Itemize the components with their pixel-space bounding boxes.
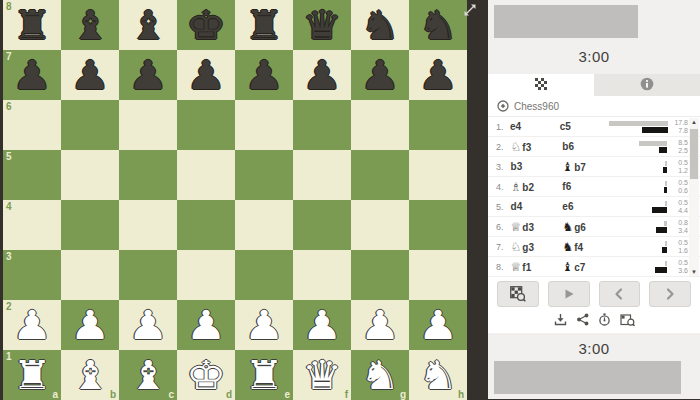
square-d5[interactable] xyxy=(177,150,235,200)
analysis-board-button[interactable] xyxy=(497,281,539,307)
black-rook-e8[interactable]: ♜ xyxy=(232,0,297,50)
white-king-d1[interactable]: ♚ xyxy=(174,350,239,400)
stopwatch-icon xyxy=(598,313,611,326)
square-d4[interactable] xyxy=(177,200,235,250)
square-e8[interactable]: ♜ xyxy=(235,0,293,50)
move-row-8: 8.♕f1♝c70.53.6 xyxy=(488,257,700,277)
move-row-3: 3.b3♝b70.51.2 xyxy=(488,157,700,177)
move-row-7: 7.♘g3♞f40.51.6 xyxy=(488,237,700,257)
black-piece-figurine: ♝ xyxy=(562,160,573,174)
white-pawn-b2[interactable]: ♟ xyxy=(58,300,123,350)
move-times: 0.83.4 xyxy=(669,219,688,235)
move-times: 8.52.5 xyxy=(669,139,688,155)
square-f5[interactable] xyxy=(293,150,351,200)
black-rook-a8[interactable]: ♜ xyxy=(0,0,64,50)
move-time-bars xyxy=(614,201,667,213)
player-section: 3:00 xyxy=(488,333,700,399)
square-c2[interactable]: ♟ xyxy=(119,300,177,350)
expand-icon[interactable] xyxy=(463,3,477,17)
white-piece-figurine: ♘ xyxy=(511,240,522,254)
variant-label: Chess960 xyxy=(514,101,559,112)
white-move[interactable]: e4 xyxy=(510,121,560,132)
white-time-bar xyxy=(664,221,667,226)
move-number: 5. xyxy=(496,202,511,212)
board-search-small-icon xyxy=(620,313,635,326)
black-piece-figurine: ♞ xyxy=(562,240,573,254)
move-number: 8. xyxy=(496,262,511,272)
square-d6[interactable] xyxy=(177,100,235,150)
black-time-bar xyxy=(659,147,667,153)
square-c4[interactable] xyxy=(119,200,177,250)
tab-bar xyxy=(488,74,700,96)
white-move[interactable]: ♕d3 xyxy=(511,220,563,234)
square-c7[interactable]: ♟ xyxy=(119,50,177,100)
white-piece-figurine: ♕ xyxy=(511,220,522,234)
square-g4[interactable] xyxy=(351,200,409,250)
white-pawn-g2[interactable]: ♟ xyxy=(348,300,413,350)
share-button[interactable] xyxy=(576,313,589,326)
move-row-1: 1.e4c517.87.8 xyxy=(488,117,700,137)
move-number: 3. xyxy=(496,162,511,172)
square-a5[interactable]: 5 xyxy=(3,150,61,200)
move-time-bars xyxy=(614,181,667,193)
black-pawn-h7[interactable]: ♟ xyxy=(406,50,471,100)
square-g5[interactable] xyxy=(351,150,409,200)
white-move[interactable]: b3 xyxy=(511,161,563,172)
white-time-bar xyxy=(639,141,667,146)
tab-info[interactable] xyxy=(594,74,700,96)
opponent-name-placeholder xyxy=(494,5,638,38)
square-b1[interactable]: b♝ xyxy=(61,350,119,400)
square-b3[interactable] xyxy=(61,250,119,300)
square-d3[interactable] xyxy=(177,250,235,300)
black-time-bar xyxy=(662,247,667,253)
square-f4[interactable] xyxy=(293,200,351,250)
black-move[interactable]: ♝c7 xyxy=(562,260,614,274)
move-time-bars xyxy=(614,261,667,273)
tab-moves[interactable] xyxy=(488,74,594,96)
square-g6[interactable] xyxy=(351,100,409,150)
white-rook-a1[interactable]: ♜ xyxy=(0,350,64,400)
share-icon xyxy=(576,313,589,326)
white-time-bar xyxy=(665,161,667,166)
move-row-6: 6.♕d3♞g60.83.4 xyxy=(488,217,700,237)
square-d7[interactable]: ♟ xyxy=(177,50,235,100)
black-time-bar xyxy=(656,227,667,233)
square-d1[interactable]: d♚ xyxy=(177,350,235,400)
black-time-bar xyxy=(652,207,667,213)
move-row-5: 5.d4e60.54.4 xyxy=(488,197,700,217)
scroll-down-icon[interactable]: ▼ xyxy=(689,269,699,275)
black-move[interactable]: c5 xyxy=(560,121,610,132)
square-b7[interactable]: ♟ xyxy=(61,50,119,100)
black-move[interactable]: f6 xyxy=(562,181,614,192)
black-pawn-c7[interactable]: ♟ xyxy=(116,50,181,100)
black-pawn-b7[interactable]: ♟ xyxy=(58,50,123,100)
white-time-bar xyxy=(665,241,667,246)
black-bishop-b8[interactable]: ♝ xyxy=(58,0,123,50)
square-a6[interactable]: 6 xyxy=(3,100,61,150)
square-a8[interactable]: 8♜ xyxy=(3,0,61,50)
square-a4[interactable]: 4 xyxy=(3,200,61,250)
white-move[interactable]: ♘g3 xyxy=(511,240,563,254)
move-list-scrollbar[interactable]: ▲ ▼ xyxy=(689,118,699,276)
square-e7[interactable]: ♟ xyxy=(235,50,293,100)
move-times: 0.50.6 xyxy=(669,179,688,195)
white-piece-figurine: ♗ xyxy=(511,180,522,194)
white-time-bar xyxy=(609,121,668,126)
square-b4[interactable] xyxy=(61,200,119,250)
square-d2[interactable]: ♟ xyxy=(177,300,235,350)
black-pawn-e7[interactable]: ♟ xyxy=(232,50,297,100)
move-row-4: 4.♗b2f60.50.6 xyxy=(488,177,700,197)
square-a7[interactable]: 7♟ xyxy=(3,50,61,100)
white-bishop-b1[interactable]: ♝ xyxy=(58,350,123,400)
move-time-bars xyxy=(610,121,668,133)
square-h2[interactable]: ♟ xyxy=(409,300,467,350)
square-f6[interactable] xyxy=(293,100,351,150)
move-times: 0.54.4 xyxy=(669,199,688,215)
download-button[interactable] xyxy=(554,313,567,326)
white-queen-f1[interactable]: ♛ xyxy=(290,350,355,400)
square-h3[interactable] xyxy=(409,250,467,300)
square-c5[interactable] xyxy=(119,150,177,200)
rank-label-3: 3 xyxy=(6,251,12,262)
opponent-clock: 3:00 xyxy=(488,38,700,74)
previous-move-button[interactable] xyxy=(599,281,641,307)
square-e2[interactable]: ♟ xyxy=(235,300,293,350)
white-move[interactable]: ♘f3 xyxy=(511,140,563,154)
scroll-up-icon[interactable]: ▲ xyxy=(689,119,699,125)
black-pawn-a7[interactable]: ♟ xyxy=(0,50,64,100)
black-king-d8[interactable]: ♚ xyxy=(174,0,239,50)
move-time-bars xyxy=(614,161,667,173)
white-pawn-d2[interactable]: ♟ xyxy=(174,300,239,350)
black-time-bar xyxy=(655,267,667,273)
square-h7[interactable]: ♟ xyxy=(409,50,467,100)
move-number: 6. xyxy=(496,222,511,232)
move-time-bars xyxy=(614,241,667,253)
white-pawn-c2[interactable]: ♟ xyxy=(116,300,181,350)
black-move[interactable]: ♞f4 xyxy=(562,240,614,254)
square-b2[interactable]: ♟ xyxy=(61,300,119,350)
square-b5[interactable] xyxy=(61,150,119,200)
black-pawn-d7[interactable]: ♟ xyxy=(174,50,239,100)
side-panel: 3:00 Chess960 1.e4c517.87.82.♘f3b68.52.5… xyxy=(488,0,700,396)
black-queen-f8[interactable]: ♛ xyxy=(290,0,355,50)
black-bishop-c8[interactable]: ♝ xyxy=(116,0,181,50)
square-a3[interactable]: 3 xyxy=(3,250,61,300)
white-pawn-a2[interactable]: ♟ xyxy=(0,300,64,350)
black-move[interactable]: ♞g6 xyxy=(562,220,614,234)
black-knight-g8[interactable]: ♞ xyxy=(348,0,413,50)
square-e1[interactable]: e♜ xyxy=(235,350,293,400)
white-pawn-h2[interactable]: ♟ xyxy=(406,300,471,350)
prev-icon xyxy=(612,287,626,301)
black-move[interactable]: e6 xyxy=(562,201,614,212)
move-times: 0.51.6 xyxy=(669,239,688,255)
clock-settings-button[interactable] xyxy=(598,313,611,326)
play-icon xyxy=(562,287,576,301)
square-h6[interactable] xyxy=(409,100,467,150)
square-f3[interactable] xyxy=(293,250,351,300)
square-g1[interactable]: g♞ xyxy=(351,350,409,400)
square-g7[interactable]: ♟ xyxy=(351,50,409,100)
square-d8[interactable]: ♚ xyxy=(177,0,235,50)
square-h4[interactable] xyxy=(409,200,467,250)
move-times: 17.87.8 xyxy=(670,119,688,135)
next-move-button[interactable] xyxy=(649,281,691,307)
scrollbar-thumb[interactable] xyxy=(690,129,698,179)
square-g3[interactable] xyxy=(351,250,409,300)
white-pawn-f2[interactable]: ♟ xyxy=(290,300,355,350)
rank-label-5: 5 xyxy=(6,151,12,162)
square-c6[interactable] xyxy=(119,100,177,150)
square-h8[interactable]: ♞ xyxy=(409,0,467,50)
square-h5[interactable] xyxy=(409,150,467,200)
chess960-icon xyxy=(497,100,509,112)
square-g8[interactable]: ♞ xyxy=(351,0,409,50)
square-f7[interactable]: ♟ xyxy=(293,50,351,100)
white-time-bar xyxy=(665,181,667,186)
white-rook-e1[interactable]: ♜ xyxy=(232,350,297,400)
play-button[interactable] xyxy=(548,281,590,307)
move-time-bars xyxy=(614,221,667,233)
player-name-placeholder xyxy=(494,361,681,394)
black-time-bar xyxy=(664,187,667,193)
square-f1[interactable]: f♛ xyxy=(293,350,351,400)
square-g2[interactable]: ♟ xyxy=(351,300,409,350)
square-e4[interactable] xyxy=(235,200,293,250)
white-move[interactable]: ♗b2 xyxy=(511,180,563,194)
next-icon xyxy=(663,287,677,301)
rank-label-4: 4 xyxy=(6,201,12,212)
square-c3[interactable] xyxy=(119,250,177,300)
square-h1[interactable]: h♞ xyxy=(409,350,467,400)
white-piece-figurine: ♕ xyxy=(511,260,522,274)
move-number: 2. xyxy=(496,142,511,152)
action-icons xyxy=(488,307,700,333)
white-time-bar xyxy=(665,201,667,206)
move-number: 7. xyxy=(496,242,511,252)
info-icon xyxy=(640,77,654,93)
white-move[interactable]: d4 xyxy=(511,201,563,212)
black-time-bar xyxy=(642,127,668,133)
square-e3[interactable] xyxy=(235,250,293,300)
white-knight-h1[interactable]: ♞ xyxy=(406,350,471,400)
square-b6[interactable] xyxy=(61,100,119,150)
white-pawn-e2[interactable]: ♟ xyxy=(232,300,297,350)
square-a2[interactable]: 2♟ xyxy=(3,300,61,350)
square-c8[interactable]: ♝ xyxy=(119,0,177,50)
white-piece-figurine: ♘ xyxy=(511,140,522,154)
white-time-bar xyxy=(665,261,667,266)
black-pawn-f7[interactable]: ♟ xyxy=(290,50,355,100)
checkerboard-icon xyxy=(535,78,548,93)
board-search-icon xyxy=(510,286,526,302)
square-c1[interactable]: c♝ xyxy=(119,350,177,400)
square-b8[interactable]: ♝ xyxy=(61,0,119,50)
move-number: 4. xyxy=(496,182,511,192)
rank-label-6: 6 xyxy=(6,101,12,112)
variant-row: Chess960 xyxy=(488,96,700,117)
game-analysis-button[interactable] xyxy=(620,313,635,326)
chess-board[interactable]: 8♜♝♝♚♜♛♞♞7♟♟♟♟♟♟♟♟65432♟♟♟♟♟♟♟♟1a♜b♝c♝d♚… xyxy=(3,0,467,400)
black-pawn-g7[interactable]: ♟ xyxy=(348,50,413,100)
playback-controls xyxy=(488,277,700,307)
black-knight-h8[interactable]: ♞ xyxy=(406,0,471,50)
player-clock: 3:00 xyxy=(488,333,700,357)
move-time-bars xyxy=(614,141,667,153)
black-piece-figurine: ♝ xyxy=(562,260,573,274)
white-move[interactable]: ♕f1 xyxy=(511,260,563,274)
white-bishop-c1[interactable]: ♝ xyxy=(116,350,181,400)
black-piece-figurine: ♞ xyxy=(562,220,573,234)
square-e6[interactable] xyxy=(235,100,293,150)
black-move[interactable]: b6 xyxy=(562,141,614,152)
download-icon xyxy=(554,313,567,326)
move-list: 1.e4c517.87.82.♘f3b68.52.53.b3♝b70.51.24… xyxy=(488,117,700,277)
white-knight-g1[interactable]: ♞ xyxy=(348,350,413,400)
black-time-bar xyxy=(663,167,667,173)
move-row-2: 2.♘f3b68.52.5 xyxy=(488,137,700,157)
square-e5[interactable] xyxy=(235,150,293,200)
square-f8[interactable]: ♛ xyxy=(293,0,351,50)
move-number: 1. xyxy=(496,122,510,132)
square-f2[interactable]: ♟ xyxy=(293,300,351,350)
square-a1[interactable]: 1a♜ xyxy=(3,350,61,400)
black-move[interactable]: ♝b7 xyxy=(562,160,614,174)
move-times: 0.53.6 xyxy=(669,259,688,275)
move-times: 0.51.2 xyxy=(669,159,688,175)
